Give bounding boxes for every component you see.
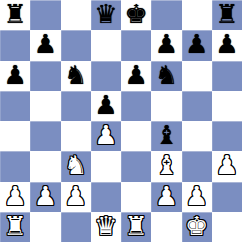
square-c4[interactable] [61,121,91,151]
black-pawn: ♟ [94,92,117,118]
square-h8[interactable]: ♜ [212,0,242,30]
square-e3[interactable] [121,151,151,181]
square-e8[interactable]: ♚ [121,0,151,30]
square-g6[interactable] [182,61,212,91]
white-pawn: ♟ [3,183,26,209]
square-g4[interactable] [182,121,212,151]
square-b6[interactable] [30,61,60,91]
square-f1[interactable] [151,212,181,242]
square-f5[interactable] [151,91,181,121]
square-c6[interactable]: ♞ [61,61,91,91]
square-d8[interactable]: ♛ [91,0,121,30]
square-b1[interactable] [30,212,60,242]
square-d7[interactable] [91,30,121,60]
white-king: ♚ [185,213,208,239]
black-bishop: ♝ [155,122,178,148]
square-e6[interactable]: ♟ [121,61,151,91]
white-rook: ♜ [3,213,26,239]
square-b3[interactable] [30,151,60,181]
square-b8[interactable] [30,0,60,30]
square-b4[interactable] [30,121,60,151]
black-pawn: ♟ [3,62,26,88]
square-c7[interactable] [61,30,91,60]
square-d1[interactable]: ♛ [91,212,121,242]
square-c3[interactable]: ♞ [61,151,91,181]
square-h7[interactable]: ♟ [212,30,242,60]
square-c8[interactable] [61,0,91,30]
square-e5[interactable] [121,91,151,121]
square-h2[interactable] [212,182,242,212]
black-pawn: ♟ [215,31,238,57]
square-a4[interactable] [0,121,30,151]
white-pawn: ♟ [185,183,208,209]
square-a1[interactable]: ♜ [0,212,30,242]
white-pawn: ♟ [155,183,178,209]
black-rook: ♜ [215,1,238,27]
black-king: ♚ [124,1,147,27]
square-f2[interactable]: ♟ [151,182,181,212]
square-a3[interactable] [0,151,30,181]
white-queen: ♛ [94,213,117,239]
square-h1[interactable] [212,212,242,242]
white-pawn: ♟ [215,152,238,178]
white-pawn: ♟ [64,183,87,209]
black-pawn: ♟ [124,62,147,88]
square-h5[interactable] [212,91,242,121]
chess-board: ♜♛♚♜♟♟♟♟♟♞♟♞♟♟♝♞♝♟♟♟♟♟♟♜♛♜♚ [0,0,242,242]
black-knight: ♞ [64,62,87,88]
black-pawn: ♟ [34,31,57,57]
square-g7[interactable]: ♟ [182,30,212,60]
square-h4[interactable] [212,121,242,151]
square-a7[interactable] [0,30,30,60]
square-f6[interactable]: ♞ [151,61,181,91]
white-pawn: ♟ [94,122,117,148]
square-c1[interactable] [61,212,91,242]
square-f8[interactable] [151,0,181,30]
square-d5[interactable]: ♟ [91,91,121,121]
square-d3[interactable] [91,151,121,181]
black-rook: ♜ [3,1,26,27]
square-e1[interactable]: ♜ [121,212,151,242]
square-g5[interactable] [182,91,212,121]
square-e4[interactable] [121,121,151,151]
square-c2[interactable]: ♟ [61,182,91,212]
square-a8[interactable]: ♜ [0,0,30,30]
white-pawn: ♟ [34,183,57,209]
black-pawn: ♟ [155,31,178,57]
square-g1[interactable]: ♚ [182,212,212,242]
square-a6[interactable]: ♟ [0,61,30,91]
square-h3[interactable]: ♟ [212,151,242,181]
square-d4[interactable]: ♟ [91,121,121,151]
black-pawn: ♟ [185,31,208,57]
square-e7[interactable] [121,30,151,60]
square-d2[interactable] [91,182,121,212]
white-bishop: ♝ [155,152,178,178]
square-g3[interactable] [182,151,212,181]
square-a2[interactable]: ♟ [0,182,30,212]
square-e2[interactable] [121,182,151,212]
square-h6[interactable] [212,61,242,91]
black-knight: ♞ [155,62,178,88]
square-b7[interactable]: ♟ [30,30,60,60]
square-d6[interactable] [91,61,121,91]
square-c5[interactable] [61,91,91,121]
white-knight: ♞ [64,152,87,178]
square-f3[interactable]: ♝ [151,151,181,181]
square-b5[interactable] [30,91,60,121]
black-queen: ♛ [94,1,117,27]
square-b2[interactable]: ♟ [30,182,60,212]
square-g2[interactable]: ♟ [182,182,212,212]
square-f4[interactable]: ♝ [151,121,181,151]
square-f7[interactable]: ♟ [151,30,181,60]
square-g8[interactable] [182,0,212,30]
white-rook: ♜ [124,213,147,239]
square-a5[interactable] [0,91,30,121]
